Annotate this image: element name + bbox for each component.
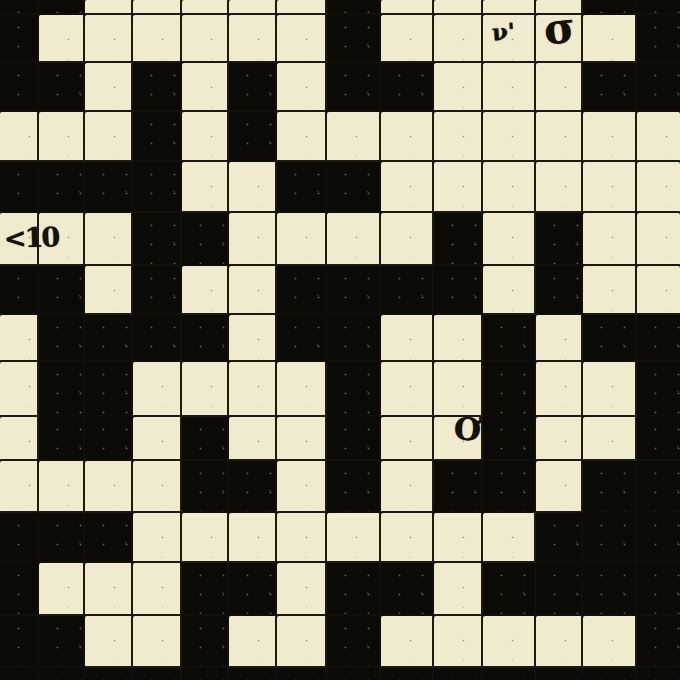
cell-r13-c4-black bbox=[182, 616, 229, 668]
cell-r10-c3-white[interactable] bbox=[133, 461, 182, 513]
cell-r14-c0-black bbox=[0, 668, 39, 680]
cell-r11-c1-black bbox=[39, 513, 85, 563]
cell-r4-c12-white[interactable] bbox=[583, 162, 637, 213]
cell-r8-c8-white[interactable] bbox=[381, 362, 434, 417]
cell-r5-c5-white[interactable] bbox=[229, 213, 277, 266]
cell-r13-c6-white[interactable] bbox=[277, 616, 327, 668]
cell-r11-c13-black bbox=[637, 513, 680, 563]
cell-r10-c4-black bbox=[182, 461, 229, 513]
cell-r3-c12-white[interactable] bbox=[583, 112, 637, 162]
cell-r1-c12-white[interactable] bbox=[583, 15, 637, 63]
cell-r14-c2-black bbox=[85, 668, 133, 680]
cell-r12-c12-black bbox=[583, 563, 637, 616]
cell-r13-c2-white[interactable] bbox=[85, 616, 133, 668]
cell-r1-c2-white[interactable] bbox=[85, 15, 133, 63]
cell-r9-c11-white[interactable] bbox=[536, 417, 583, 461]
cell-r13-c7-black bbox=[327, 616, 381, 668]
cell-r11-c9-white[interactable] bbox=[434, 513, 483, 563]
cell-r10-c9-black bbox=[434, 461, 483, 513]
cell-r0-c11-white[interactable] bbox=[536, 0, 583, 15]
cell-r1-c6-white[interactable] bbox=[277, 15, 327, 63]
cell-r1-c5-white[interactable] bbox=[229, 15, 277, 63]
cell-r5-c1-white[interactable] bbox=[39, 213, 85, 266]
cell-r2-c11-white[interactable] bbox=[536, 63, 583, 112]
cell-r7-c0-white[interactable] bbox=[0, 315, 39, 362]
cell-r5-c0-white[interactable] bbox=[0, 213, 39, 266]
cell-r13-c12-white[interactable] bbox=[583, 616, 637, 668]
cell-r9-c13-black bbox=[637, 417, 680, 461]
cell-r10-c5-black bbox=[229, 461, 277, 513]
cell-r14-c10-black bbox=[483, 668, 536, 680]
cell-r10-c7-black bbox=[327, 461, 381, 513]
cell-r7-c13-black bbox=[637, 315, 680, 362]
cell-r13-c1-black bbox=[39, 616, 85, 668]
cell-r10-c1-white[interactable] bbox=[39, 461, 85, 513]
cell-r6-c9-black bbox=[434, 266, 483, 315]
cell-r7-c1-black bbox=[39, 315, 85, 362]
cell-r7-c5-white[interactable] bbox=[229, 315, 277, 362]
cell-r3-c10-white[interactable] bbox=[483, 112, 536, 162]
cell-r1-c3-white[interactable] bbox=[133, 15, 182, 63]
cell-r10-c0-white[interactable] bbox=[0, 461, 39, 513]
cell-r3-c6-white[interactable] bbox=[277, 112, 327, 162]
cell-r3-c4-white[interactable] bbox=[182, 112, 229, 162]
cell-r2-c4-white[interactable] bbox=[182, 63, 229, 112]
cell-r0-c9-white[interactable] bbox=[434, 0, 483, 15]
cell-r3-c3-black bbox=[133, 112, 182, 162]
cell-r2-c9-white[interactable] bbox=[434, 63, 483, 112]
cell-r1-c13-black bbox=[637, 15, 680, 63]
cell-r14-c6-black bbox=[277, 668, 327, 680]
cell-r0-c13-black bbox=[637, 0, 680, 15]
cell-r14-c4-black bbox=[182, 668, 229, 680]
crossword-board: ν' σ <10 Ơ bbox=[0, 0, 680, 680]
cell-r3-c5-black bbox=[229, 112, 277, 162]
cell-r13-c3-white[interactable] bbox=[133, 616, 182, 668]
cell-r8-c9-white[interactable] bbox=[434, 362, 483, 417]
cell-r4-c3-black bbox=[133, 162, 182, 213]
cell-r14-c11-black bbox=[536, 668, 583, 680]
cell-r13-c8-white[interactable] bbox=[381, 616, 434, 668]
cell-r12-c10-black bbox=[483, 563, 536, 616]
cell-r2-c1-black bbox=[39, 63, 85, 112]
cell-r13-c9-white[interactable] bbox=[434, 616, 483, 668]
cell-r11-c3-white[interactable] bbox=[133, 513, 182, 563]
cell-r12-c4-black bbox=[182, 563, 229, 616]
cell-r0-c7-black bbox=[327, 0, 381, 15]
cell-r12-c2-white[interactable] bbox=[85, 563, 133, 616]
cell-r11-c4-white[interactable] bbox=[182, 513, 229, 563]
cell-r0-c12-black bbox=[583, 0, 637, 15]
cell-r4-c1-black bbox=[39, 162, 85, 213]
cell-r5-c3-black bbox=[133, 213, 182, 266]
cell-r10-c12-black bbox=[583, 461, 637, 513]
cell-r13-c11-white[interactable] bbox=[536, 616, 583, 668]
cell-r14-c5-black bbox=[229, 668, 277, 680]
cell-r11-c0-black bbox=[0, 513, 39, 563]
cell-r14-c9-black bbox=[434, 668, 483, 680]
cell-r9-c7-black bbox=[327, 417, 381, 461]
cell-r2-c7-black bbox=[327, 63, 381, 112]
cell-r1-c10-white[interactable] bbox=[483, 15, 536, 63]
cell-r6-c11-black bbox=[536, 266, 583, 315]
cell-r10-c11-white[interactable] bbox=[536, 461, 583, 513]
cell-r5-c4-black bbox=[182, 213, 229, 266]
cell-r11-c10-white[interactable] bbox=[483, 513, 536, 563]
cell-r1-c11-white[interactable] bbox=[536, 15, 583, 63]
cell-r2-c5-black bbox=[229, 63, 277, 112]
cell-r5-c8-white[interactable] bbox=[381, 213, 434, 266]
cell-r9-c12-white[interactable] bbox=[583, 417, 637, 461]
cell-r11-c6-white[interactable] bbox=[277, 513, 327, 563]
cell-r4-c0-black bbox=[0, 162, 39, 213]
cell-r9-c2-black bbox=[85, 417, 133, 461]
cell-r0-c8-white[interactable] bbox=[381, 0, 434, 15]
cell-r4-c8-white[interactable] bbox=[381, 162, 434, 213]
cell-r1-c8-white[interactable] bbox=[381, 15, 434, 63]
cell-r6-c5-white[interactable] bbox=[229, 266, 277, 315]
cell-r8-c2-black bbox=[85, 362, 133, 417]
cell-r9-c9-white[interactable] bbox=[434, 417, 483, 461]
cell-r6-c12-white[interactable] bbox=[583, 266, 637, 315]
cell-r5-c11-black bbox=[536, 213, 583, 266]
cell-r12-c7-black bbox=[327, 563, 381, 616]
cell-r12-c0-black bbox=[0, 563, 39, 616]
cell-r10-c2-white[interactable] bbox=[85, 461, 133, 513]
cell-r3-c0-white[interactable] bbox=[0, 112, 39, 162]
cell-r11-c8-white[interactable] bbox=[381, 513, 434, 563]
cell-r6-c2-white[interactable] bbox=[85, 266, 133, 315]
cell-r0-c5-white[interactable] bbox=[229, 0, 277, 15]
cell-r1-c9-white[interactable] bbox=[434, 15, 483, 63]
cell-r8-c13-black bbox=[637, 362, 680, 417]
cell-r2-c13-black bbox=[637, 63, 680, 112]
cell-r6-c0-black bbox=[0, 266, 39, 315]
cell-r1-c1-white[interactable] bbox=[39, 15, 85, 63]
cell-r0-c10-white[interactable] bbox=[483, 0, 536, 15]
cell-r5-c7-white[interactable] bbox=[327, 213, 381, 266]
cell-r13-c0-black bbox=[0, 616, 39, 668]
cell-r8-c0-white[interactable] bbox=[0, 362, 39, 417]
crossword-grid bbox=[0, 0, 680, 680]
cell-r4-c4-white[interactable] bbox=[182, 162, 229, 213]
cell-r8-c5-white[interactable] bbox=[229, 362, 277, 417]
cell-r8-c3-white[interactable] bbox=[133, 362, 182, 417]
cell-r7-c4-black bbox=[182, 315, 229, 362]
cell-r6-c8-black bbox=[381, 266, 434, 315]
cell-r5-c13-white[interactable] bbox=[637, 213, 680, 266]
cell-r10-c8-white[interactable] bbox=[381, 461, 434, 513]
cell-r0-c4-white[interactable] bbox=[182, 0, 229, 15]
cell-r12-c5-black bbox=[229, 563, 277, 616]
cell-r7-c2-black bbox=[85, 315, 133, 362]
cell-r3-c2-white[interactable] bbox=[85, 112, 133, 162]
cell-r6-c3-black bbox=[133, 266, 182, 315]
cell-r3-c13-white[interactable] bbox=[637, 112, 680, 162]
cell-r9-c3-white[interactable] bbox=[133, 417, 182, 461]
cell-r1-c7-black bbox=[327, 15, 381, 63]
cell-r0-c2-white[interactable] bbox=[85, 0, 133, 15]
cell-r2-c2-white[interactable] bbox=[85, 63, 133, 112]
cell-r11-c5-white[interactable] bbox=[229, 513, 277, 563]
cell-r5-c6-white[interactable] bbox=[277, 213, 327, 266]
cell-r13-c13-black bbox=[637, 616, 680, 668]
cell-r6-c13-white[interactable] bbox=[637, 266, 680, 315]
cell-r7-c12-black bbox=[583, 315, 637, 362]
cell-r7-c9-white[interactable] bbox=[434, 315, 483, 362]
cell-r4-c5-white[interactable] bbox=[229, 162, 277, 213]
cell-r11-c12-black bbox=[583, 513, 637, 563]
cell-r4-c6-black bbox=[277, 162, 327, 213]
cell-r14-c3-black bbox=[133, 668, 182, 680]
cell-r14-c12-black bbox=[583, 668, 637, 680]
cell-r12-c13-black bbox=[637, 563, 680, 616]
cell-r1-c0-black bbox=[0, 15, 39, 63]
cell-r12-c8-black bbox=[381, 563, 434, 616]
cell-r9-c6-white[interactable] bbox=[277, 417, 327, 461]
cell-r8-c4-white[interactable] bbox=[182, 362, 229, 417]
cell-r9-c10-black bbox=[483, 417, 536, 461]
cell-r11-c11-black bbox=[536, 513, 583, 563]
cell-r6-c7-black bbox=[327, 266, 381, 315]
cell-r14-c1-black bbox=[39, 668, 85, 680]
cell-r6-c4-white[interactable] bbox=[182, 266, 229, 315]
cell-r3-c9-white[interactable] bbox=[434, 112, 483, 162]
cell-r3-c8-white[interactable] bbox=[381, 112, 434, 162]
cell-r2-c10-white[interactable] bbox=[483, 63, 536, 112]
cell-r2-c12-black bbox=[583, 63, 637, 112]
cell-r3-c1-white[interactable] bbox=[39, 112, 85, 162]
cell-r9-c1-black bbox=[39, 417, 85, 461]
cell-r9-c4-black bbox=[182, 417, 229, 461]
cell-r6-c6-black bbox=[277, 266, 327, 315]
cell-r5-c12-white[interactable] bbox=[583, 213, 637, 266]
cell-r0-c1-black bbox=[39, 0, 85, 15]
cell-r9-c5-white[interactable] bbox=[229, 417, 277, 461]
cell-r12-c6-white[interactable] bbox=[277, 563, 327, 616]
cell-r10-c6-white[interactable] bbox=[277, 461, 327, 513]
cell-r13-c10-white[interactable] bbox=[483, 616, 536, 668]
cell-r1-c4-white[interactable] bbox=[182, 15, 229, 63]
cell-r0-c6-white[interactable] bbox=[277, 0, 327, 15]
cell-r14-c8-black bbox=[381, 668, 434, 680]
cell-r7-c7-black bbox=[327, 315, 381, 362]
cell-r6-c1-black bbox=[39, 266, 85, 315]
cell-r4-c9-white[interactable] bbox=[434, 162, 483, 213]
cell-r13-c5-white[interactable] bbox=[229, 616, 277, 668]
cell-r3-c11-white[interactable] bbox=[536, 112, 583, 162]
cell-r9-c8-white[interactable] bbox=[381, 417, 434, 461]
cell-r2-c0-black bbox=[0, 63, 39, 112]
cell-r5-c9-black bbox=[434, 213, 483, 266]
cell-r9-c0-white[interactable] bbox=[0, 417, 39, 461]
cell-r7-c11-white[interactable] bbox=[536, 315, 583, 362]
cell-r7-c8-white[interactable] bbox=[381, 315, 434, 362]
cell-r4-c10-white[interactable] bbox=[483, 162, 536, 213]
cell-r12-c1-white[interactable] bbox=[39, 563, 85, 616]
cell-r8-c7-black bbox=[327, 362, 381, 417]
cell-r4-c13-white[interactable] bbox=[637, 162, 680, 213]
cell-r12-c9-white[interactable] bbox=[434, 563, 483, 616]
cell-r5-c2-white[interactable] bbox=[85, 213, 133, 266]
cell-r12-c3-white[interactable] bbox=[133, 563, 182, 616]
cell-r2-c6-white[interactable] bbox=[277, 63, 327, 112]
cell-r11-c7-white[interactable] bbox=[327, 513, 381, 563]
cell-r12-c11-black bbox=[536, 563, 583, 616]
cell-r7-c10-black bbox=[483, 315, 536, 362]
cell-r4-c7-black bbox=[327, 162, 381, 213]
cell-r10-c10-black bbox=[483, 461, 536, 513]
cell-r6-c10-white[interactable] bbox=[483, 266, 536, 315]
cell-r5-c10-white[interactable] bbox=[483, 213, 536, 266]
cell-r2-c8-black bbox=[381, 63, 434, 112]
cell-r8-c11-white[interactable] bbox=[536, 362, 583, 417]
cell-r11-c2-black bbox=[85, 513, 133, 563]
cell-r7-c6-black bbox=[277, 315, 327, 362]
cell-r8-c6-white[interactable] bbox=[277, 362, 327, 417]
cell-r0-c0-black bbox=[0, 0, 39, 15]
cell-r7-c3-black bbox=[133, 315, 182, 362]
cell-r8-c1-black bbox=[39, 362, 85, 417]
cell-r10-c13-black bbox=[637, 461, 680, 513]
cell-r0-c3-white[interactable] bbox=[133, 0, 182, 15]
cell-r8-c12-white[interactable] bbox=[583, 362, 637, 417]
cell-r14-c13-black bbox=[637, 668, 680, 680]
cell-r4-c2-black bbox=[85, 162, 133, 213]
cell-r3-c7-white[interactable] bbox=[327, 112, 381, 162]
cell-r8-c10-black bbox=[483, 362, 536, 417]
cell-r4-c11-white[interactable] bbox=[536, 162, 583, 213]
cell-r2-c3-black bbox=[133, 63, 182, 112]
cell-r14-c7-black bbox=[327, 668, 381, 680]
